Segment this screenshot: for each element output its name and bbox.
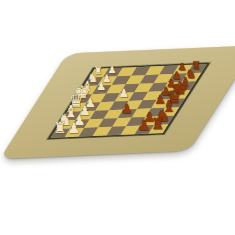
board-frame: [47, 62, 210, 139]
chess-mat: [0, 45, 235, 158]
chess-board: [51, 64, 207, 138]
chess-set-photo: ♜♞♝♛♚♝♞♜♟♟♟♟♟♟♟♟♜♞♝♛♚♝♞♜♟♟♟♟♟♟♟♟: [0, 0, 235, 235]
